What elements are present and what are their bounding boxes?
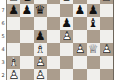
square-g4[interactable]: ♛♕ xyxy=(87,43,100,56)
black-piece-body: ♛ xyxy=(34,4,47,17)
square-e5[interactable]: ♟♙ xyxy=(60,30,73,43)
white-piece-outline: ♙ xyxy=(73,43,86,56)
square-h4[interactable]: ♟♙ xyxy=(100,43,113,56)
white-piece-outline: ♙ xyxy=(100,43,113,56)
white-piece-outline: ♙ xyxy=(60,30,73,43)
white-pawn-piece[interactable]: ♟♙ xyxy=(7,69,20,81)
black-pawn-piece[interactable]: ♟ xyxy=(60,17,73,30)
square-f6[interactable] xyxy=(73,17,86,30)
square-a2[interactable]: ♟♙ xyxy=(7,69,20,81)
black-piece-body: ♟ xyxy=(73,4,86,17)
square-g5[interactable] xyxy=(87,30,100,43)
white-piece-outline: ♗ xyxy=(7,56,20,69)
square-h7[interactable] xyxy=(100,4,113,17)
white-piece-outline: ♙ xyxy=(34,69,47,81)
square-e6[interactable]: ♟ xyxy=(60,17,73,30)
black-piece-body: ♟ xyxy=(7,4,20,17)
black-piece-body: ♟ xyxy=(34,30,47,43)
square-d5[interactable] xyxy=(47,30,60,43)
square-a7[interactable]: ♟ xyxy=(7,4,20,17)
square-d6[interactable] xyxy=(47,17,60,30)
white-pawn-piece[interactable]: ♟♙ xyxy=(60,30,73,43)
square-a4[interactable] xyxy=(7,43,20,56)
square-f5[interactable] xyxy=(73,30,86,43)
square-b5[interactable] xyxy=(20,30,33,43)
square-e4[interactable] xyxy=(60,43,73,56)
square-h5[interactable] xyxy=(100,30,113,43)
square-d2[interactable] xyxy=(47,69,60,81)
square-f2[interactable] xyxy=(73,69,86,81)
black-pawn-piece[interactable]: ♟ xyxy=(73,4,86,17)
white-bishop-piece[interactable]: ♝♗ xyxy=(34,43,47,56)
white-pawn-piece[interactable]: ♟♙ xyxy=(34,69,47,81)
white-piece-outline: ♗ xyxy=(34,43,47,56)
square-c7[interactable]: ♛ xyxy=(34,4,47,17)
white-pawn-piece[interactable]: ♟♙ xyxy=(100,43,113,56)
square-g3[interactable] xyxy=(87,56,100,69)
square-e7[interactable] xyxy=(60,4,73,17)
square-c4[interactable]: ♝♗ xyxy=(34,43,47,56)
square-e2[interactable] xyxy=(60,69,73,81)
square-c5[interactable]: ♟ xyxy=(34,30,47,43)
white-pawn-piece[interactable]: ♟♙ xyxy=(34,56,47,69)
white-queen-piece[interactable]: ♛♕ xyxy=(87,43,100,56)
black-pawn-piece[interactable]: ♟ xyxy=(34,30,47,43)
square-g7[interactable]: ♟ xyxy=(87,4,100,17)
square-f3[interactable] xyxy=(73,56,86,69)
black-bishop-piece[interactable]: ♝ xyxy=(87,17,100,30)
square-f4[interactable]: ♟♙ xyxy=(73,43,86,56)
square-h2[interactable] xyxy=(100,69,113,81)
chess-diagram-screenshot: 765432 ♜♞♚♜♟♟♛♟♟♟♝♟♟♙♝♗♟♙♛♕♟♙♝♗♟♙♟♙♟♙ xyxy=(0,0,120,80)
white-piece-outline: ♙ xyxy=(7,69,20,81)
square-b4[interactable] xyxy=(20,43,33,56)
right-margin xyxy=(114,0,120,80)
square-b2[interactable] xyxy=(20,69,33,81)
black-pawn-piece[interactable]: ♟ xyxy=(7,4,20,17)
white-piece-outline: ♕ xyxy=(87,43,100,56)
square-e3[interactable] xyxy=(60,56,73,69)
square-c6[interactable] xyxy=(34,17,47,30)
square-d4[interactable] xyxy=(47,43,60,56)
square-g6[interactable]: ♝ xyxy=(87,17,100,30)
square-c2[interactable]: ♟♙ xyxy=(34,69,47,81)
square-g2[interactable] xyxy=(87,69,100,81)
black-pawn-piece[interactable]: ♟ xyxy=(87,4,100,17)
chess-board[interactable]: ♜♞♚♜♟♟♛♟♟♟♝♟♟♙♝♗♟♙♛♕♟♙♝♗♟♙♟♙♟♙ xyxy=(6,0,113,80)
black-pawn-piece[interactable]: ♟ xyxy=(20,4,33,17)
white-pawn-piece[interactable]: ♟♙ xyxy=(73,43,86,56)
square-a5[interactable] xyxy=(7,30,20,43)
black-queen-piece[interactable]: ♛ xyxy=(34,4,47,17)
square-a3[interactable]: ♝♗ xyxy=(7,56,20,69)
black-piece-body: ♟ xyxy=(87,4,100,17)
square-b7[interactable]: ♟ xyxy=(20,4,33,17)
square-c3[interactable]: ♟♙ xyxy=(34,56,47,69)
white-bishop-piece[interactable]: ♝♗ xyxy=(7,56,20,69)
black-piece-body: ♟ xyxy=(20,4,33,17)
square-h6[interactable] xyxy=(100,17,113,30)
white-piece-outline: ♙ xyxy=(34,56,47,69)
square-b3[interactable] xyxy=(20,56,33,69)
square-f7[interactable]: ♟ xyxy=(73,4,86,17)
square-h3[interactable] xyxy=(100,56,113,69)
black-piece-body: ♟ xyxy=(60,17,73,30)
square-b6[interactable] xyxy=(20,17,33,30)
square-d7[interactable] xyxy=(47,4,60,17)
square-a6[interactable] xyxy=(7,17,20,30)
black-piece-body: ♝ xyxy=(87,17,100,30)
square-d3[interactable] xyxy=(47,56,60,69)
